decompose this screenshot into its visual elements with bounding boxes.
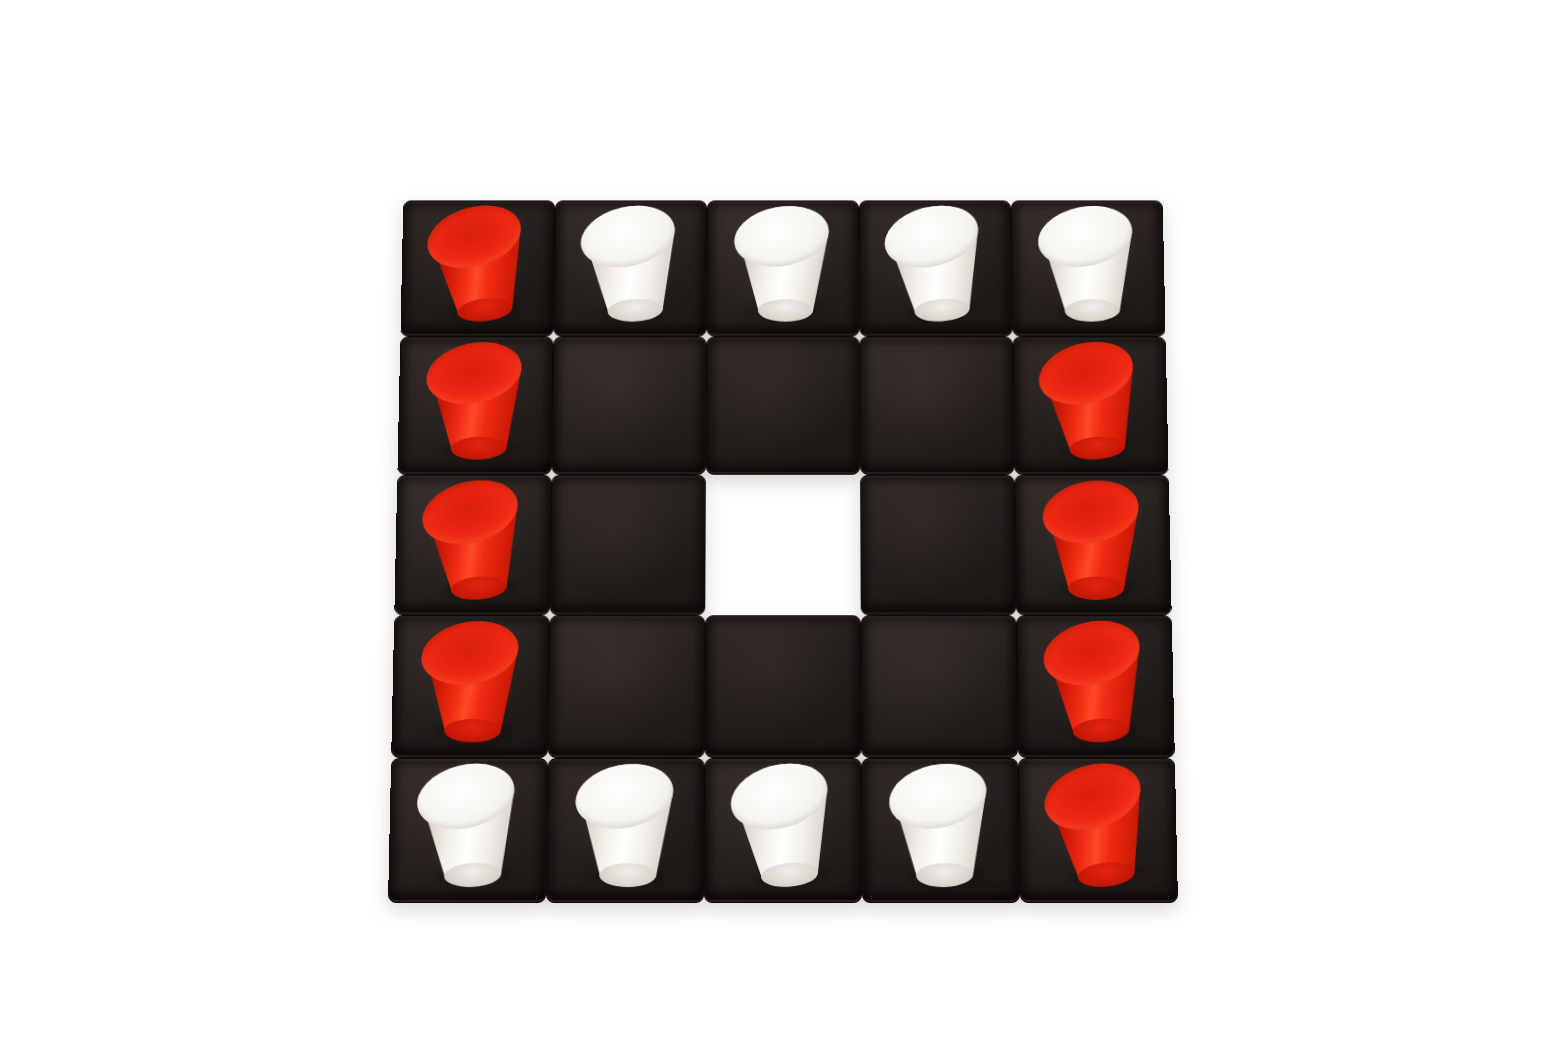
tile-r3c4[interactable] [860, 475, 1016, 615]
board-wrapper [388, 168, 1178, 905]
white-cone-pawn[interactable] [415, 762, 523, 889]
white-cone-pawn[interactable] [733, 207, 834, 322]
white-cone-pawn[interactable] [880, 203, 990, 325]
white-cone-pawn[interactable] [573, 765, 678, 887]
red-cone-pawn[interactable] [1041, 481, 1145, 599]
white-cone-pawn[interactable] [887, 764, 995, 889]
red-cone-pawn[interactable] [418, 622, 523, 742]
pawn-base [758, 299, 813, 321]
pawn-base [444, 719, 501, 742]
game-board [388, 200, 1178, 903]
tile-r4c2[interactable] [548, 615, 705, 758]
white-cone-pawn[interactable] [578, 204, 683, 324]
red-cone-pawn[interactable] [419, 478, 528, 604]
red-cone-pawn[interactable] [1040, 619, 1151, 744]
tile-r2c2[interactable] [552, 337, 707, 475]
pawn-base [599, 863, 656, 887]
removed-tile-hole [705, 475, 860, 615]
white-cone-pawn[interactable] [1035, 206, 1140, 323]
red-cone-pawn[interactable] [1034, 339, 1146, 463]
white-cone-pawn[interactable] [727, 761, 840, 891]
tile-r4c4[interactable] [861, 615, 1018, 758]
tile-r4c3[interactable] [705, 615, 862, 758]
tile-r3c2[interactable] [550, 475, 706, 615]
red-cone-pawn[interactable] [423, 202, 533, 326]
red-cone-pawn[interactable] [1039, 760, 1157, 892]
pawn-base [1068, 577, 1124, 600]
tile-r2c4[interactable] [860, 337, 1015, 475]
photo-stage [0, 0, 1568, 1046]
red-cone-pawn[interactable] [425, 342, 527, 461]
tile-r2c3[interactable] [706, 337, 860, 475]
